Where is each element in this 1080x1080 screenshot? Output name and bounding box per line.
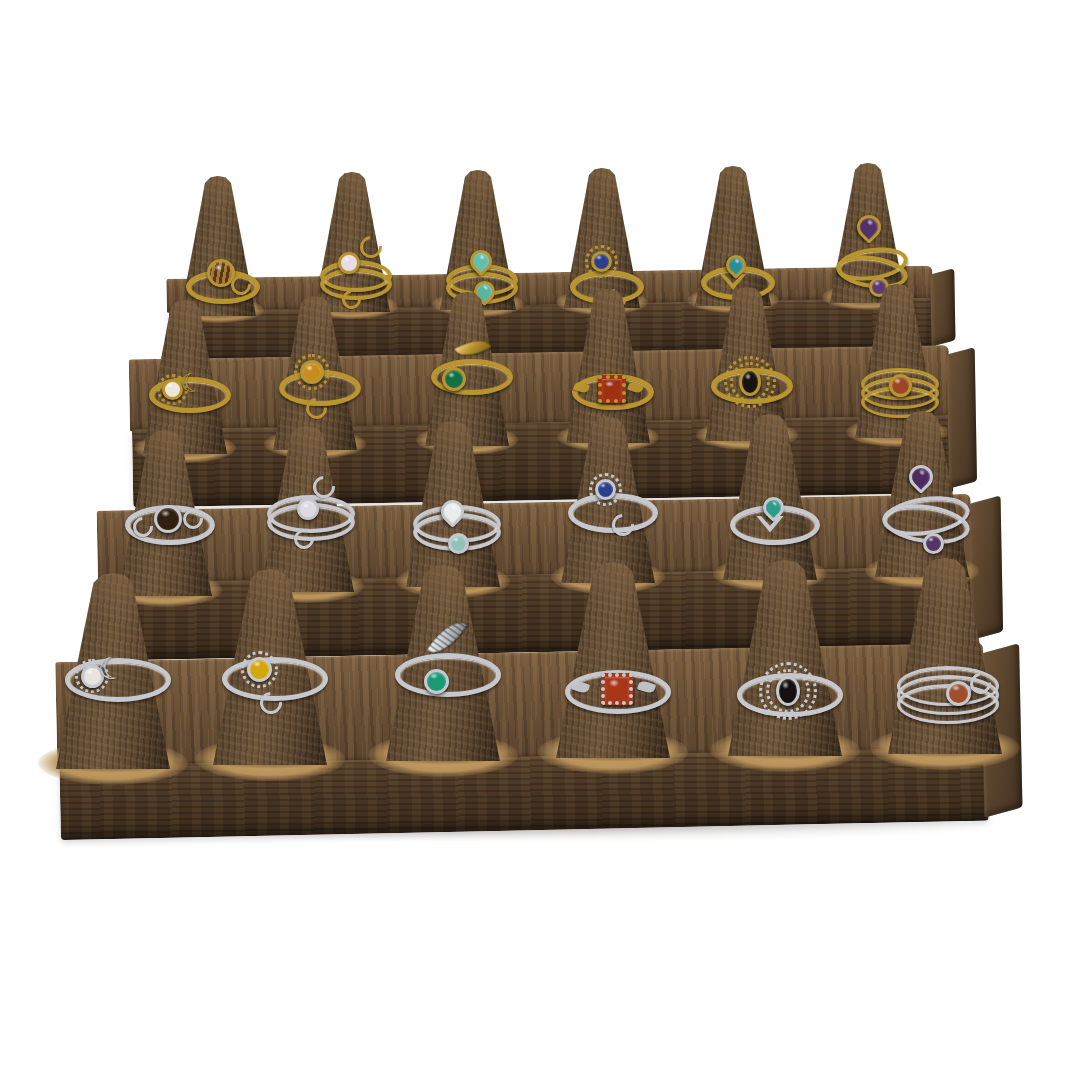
ring-stone <box>338 252 360 274</box>
ring-r3c2 <box>237 444 377 584</box>
ring-r3c1 <box>95 450 235 590</box>
ring-r4c4 <box>543 617 683 757</box>
ring-stone <box>923 533 944 554</box>
ring-r4c1: ☾ <box>43 605 183 745</box>
ring-band <box>395 653 501 697</box>
ring-stone <box>739 368 761 396</box>
crescent-moon-motif: ☾ <box>177 367 206 398</box>
ring-stone <box>852 210 886 244</box>
ring-stone <box>776 676 800 706</box>
ring-stone <box>889 374 912 397</box>
ring-r4c3 <box>373 600 513 740</box>
ring-r4c2 <box>200 604 340 744</box>
ring-r3c6 <box>852 446 992 586</box>
ring-stone <box>595 479 616 500</box>
ring-r2c3 <box>397 302 537 442</box>
ring-stone <box>154 505 182 533</box>
ring-stone <box>297 498 319 520</box>
spiral-motif <box>356 232 387 263</box>
ring-r2c1: ☾ <box>115 320 255 460</box>
ring-r3c4 <box>538 438 678 578</box>
ring-stone <box>591 251 612 272</box>
ring-stone <box>247 657 272 682</box>
ring-stone <box>442 367 466 391</box>
ring-display-stand: ☾☾ <box>0 0 1080 1080</box>
ring-r2c6 <box>827 320 967 460</box>
ring-r4c6 <box>875 622 1015 762</box>
ring-stone <box>946 681 971 706</box>
ring-r2c5 <box>677 311 817 451</box>
ring-stone <box>424 669 449 694</box>
ring-stone <box>448 533 469 554</box>
ring-stone <box>601 673 633 705</box>
ring-stone <box>598 375 626 403</box>
ring-stone <box>300 360 324 384</box>
ring-r1c6 <box>798 194 938 334</box>
ring-r4c5 <box>715 620 855 760</box>
scene: ☾☾ <box>0 0 1080 1080</box>
ring-stone <box>904 460 938 494</box>
